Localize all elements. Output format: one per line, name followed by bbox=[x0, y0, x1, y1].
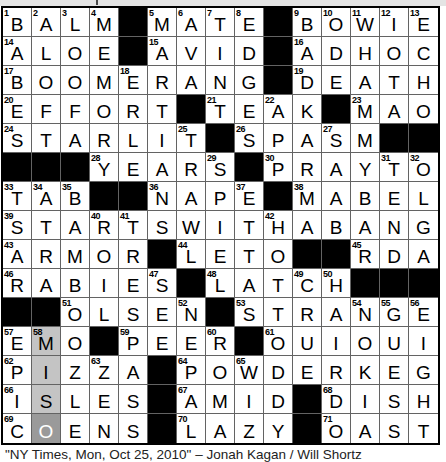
grid-cell[interactable]: D bbox=[264, 356, 293, 385]
cell-letter: N bbox=[177, 305, 205, 325]
cell-letter: B bbox=[3, 15, 31, 35]
cell-letter: E bbox=[148, 334, 176, 354]
cell-letter: E bbox=[90, 44, 118, 64]
puzzle-caption: "NY Times, Mon, Oct 25, 2010" – Jonah Ka… bbox=[0, 445, 446, 462]
grid-cell[interactable]: T bbox=[148, 95, 177, 124]
grid-cell[interactable]: T bbox=[32, 211, 61, 240]
cell-letter: A bbox=[409, 247, 438, 267]
grid-cell[interactable]: 13E bbox=[409, 8, 438, 37]
grid-cell[interactable]: S bbox=[32, 385, 61, 414]
grid-cell[interactable]: 50H bbox=[322, 269, 351, 298]
black-square bbox=[148, 240, 177, 269]
cell-letter: T bbox=[206, 15, 234, 35]
grid-cell[interactable]: M bbox=[61, 240, 90, 269]
grid-cell[interactable]: T bbox=[264, 298, 293, 327]
grid-cell[interactable]: E bbox=[90, 385, 119, 414]
grid-cell[interactable]: 22A bbox=[264, 95, 293, 124]
grid-cell[interactable]: L bbox=[61, 385, 90, 414]
cell-letter: P bbox=[3, 363, 31, 383]
grid-cell[interactable]: 10O bbox=[322, 8, 351, 37]
cell-letter: L bbox=[61, 15, 89, 35]
grid-cell[interactable]: A bbox=[409, 240, 438, 269]
grid-cell[interactable]: A bbox=[61, 211, 90, 240]
grid-cell[interactable]: S bbox=[119, 385, 148, 414]
cell-letter: A bbox=[177, 15, 205, 35]
grid-cell[interactable]: 24S bbox=[3, 124, 32, 153]
grid-cell[interactable]: 33T bbox=[3, 182, 32, 211]
grid-cell[interactable]: A bbox=[351, 66, 380, 95]
cell-letter: G bbox=[409, 218, 438, 238]
cell-letter: A bbox=[61, 131, 89, 151]
grid-cell[interactable]: 39S bbox=[3, 211, 32, 240]
grid-cell[interactable]: R bbox=[293, 298, 322, 327]
cell-letter: R bbox=[119, 247, 147, 267]
grid-cell[interactable]: 23M bbox=[351, 95, 380, 124]
cropped-text-remnant bbox=[96, 0, 98, 5]
grid-cell[interactable]: Z bbox=[235, 414, 264, 443]
grid-cell[interactable]: A bbox=[61, 124, 90, 153]
grid-cell[interactable]: E bbox=[148, 327, 177, 356]
grid-cell[interactable]: 49C bbox=[293, 269, 322, 298]
grid-cell[interactable]: E bbox=[119, 269, 148, 298]
grid-cell[interactable]: O bbox=[90, 240, 119, 269]
cell-letter: E bbox=[177, 334, 205, 354]
grid-cell[interactable]: R bbox=[322, 356, 351, 385]
cell-letter: H bbox=[322, 276, 350, 296]
cell-letter: M bbox=[293, 189, 321, 209]
grid-cell[interactable]: O bbox=[32, 414, 61, 443]
grid-cell[interactable]: I bbox=[206, 37, 235, 66]
grid-cell[interactable]: E bbox=[293, 356, 322, 385]
cell-letter: D bbox=[322, 392, 350, 412]
grid-cell[interactable]: S bbox=[380, 385, 409, 414]
grid-cell[interactable]: 68D bbox=[322, 385, 351, 414]
cell-letter: F bbox=[61, 102, 89, 122]
grid-cell[interactable]: E bbox=[177, 327, 206, 356]
grid-cell[interactable]: 36N bbox=[148, 182, 177, 211]
black-square bbox=[32, 153, 61, 182]
grid-cell[interactable]: 20E bbox=[3, 95, 32, 124]
grid-cell[interactable]: T bbox=[264, 269, 293, 298]
cell-letter: S bbox=[3, 131, 31, 151]
grid-cell[interactable]: 53S bbox=[235, 298, 264, 327]
cell-letter: I bbox=[32, 363, 60, 383]
cell-letter: A bbox=[293, 131, 321, 151]
cell-letter: E bbox=[409, 305, 438, 325]
grid-cell[interactable]: L bbox=[409, 182, 438, 211]
cell-letter: W bbox=[177, 218, 205, 238]
grid-cell[interactable]: 70L bbox=[177, 414, 206, 443]
black-square bbox=[206, 298, 235, 327]
grid-cell[interactable]: 15A bbox=[148, 37, 177, 66]
cell-letter: T bbox=[380, 160, 408, 180]
grid-cell[interactable]: 35B bbox=[61, 182, 90, 211]
grid-cell[interactable]: M bbox=[90, 66, 119, 95]
black-square bbox=[409, 269, 438, 298]
grid-cell[interactable]: E bbox=[380, 182, 409, 211]
black-square bbox=[264, 182, 293, 211]
grid-cell[interactable]: 54N bbox=[351, 298, 380, 327]
grid-cell[interactable]: I bbox=[351, 385, 380, 414]
cell-letter: Y bbox=[351, 160, 379, 180]
grid-cell[interactable]: A bbox=[351, 211, 380, 240]
cell-letter: O bbox=[409, 160, 438, 180]
grid-cell[interactable]: A bbox=[206, 414, 235, 443]
grid-cell[interactable]: 47S bbox=[148, 269, 177, 298]
cell-letter: P bbox=[264, 160, 292, 180]
cell-letter: R bbox=[322, 363, 350, 383]
grid-cell[interactable]: I bbox=[206, 211, 235, 240]
grid-cell[interactable]: L bbox=[119, 124, 148, 153]
grid-cell[interactable]: 55G bbox=[380, 298, 409, 327]
grid-cell[interactable]: O bbox=[380, 37, 409, 66]
cell-letter: T bbox=[148, 102, 176, 122]
cell-letter: S bbox=[148, 218, 176, 238]
cell-letter: O bbox=[32, 73, 60, 93]
cell-letter: B bbox=[293, 15, 321, 35]
grid-cell[interactable]: 62P bbox=[3, 356, 32, 385]
grid-cell[interactable]: S bbox=[148, 211, 177, 240]
grid-cell[interactable]: A bbox=[293, 124, 322, 153]
grid-cell[interactable]: 11W bbox=[351, 8, 380, 37]
grid-cell[interactable]: E bbox=[148, 298, 177, 327]
grid-cell[interactable]: 63Z bbox=[90, 356, 119, 385]
cell-letter: A bbox=[177, 73, 205, 93]
black-square bbox=[293, 385, 322, 414]
grid-cell[interactable]: 43A bbox=[3, 240, 32, 269]
cell-letter: R bbox=[177, 160, 205, 180]
grid-cell[interactable]: Y bbox=[264, 414, 293, 443]
cell-letter: E bbox=[409, 15, 438, 35]
cell-letter: I bbox=[3, 392, 31, 412]
grid-cell[interactable]: Y bbox=[351, 153, 380, 182]
grid-cell[interactable]: T bbox=[32, 124, 61, 153]
cell-letter: D bbox=[264, 392, 292, 412]
cell-letter: D bbox=[322, 44, 350, 64]
grid-cell[interactable]: E bbox=[61, 414, 90, 443]
black-square bbox=[90, 182, 119, 211]
grid-cell[interactable]: O bbox=[90, 95, 119, 124]
grid-cell[interactable]: 46R bbox=[3, 269, 32, 298]
grid-cell[interactable]: V bbox=[177, 37, 206, 66]
grid-cell[interactable]: O bbox=[409, 95, 438, 124]
grid-cell[interactable]: 21T bbox=[206, 95, 235, 124]
cell-letter: S bbox=[119, 305, 147, 325]
cell-letter: O bbox=[61, 44, 89, 64]
grid-cell[interactable]: I bbox=[90, 269, 119, 298]
grid-cell[interactable]: O bbox=[264, 240, 293, 269]
cell-letter: B bbox=[351, 189, 379, 209]
grid-cell[interactable]: B bbox=[61, 269, 90, 298]
grid-cell[interactable]: E bbox=[90, 37, 119, 66]
grid-cell[interactable]: 4M bbox=[90, 8, 119, 37]
grid-cell[interactable]: F bbox=[32, 95, 61, 124]
grid-cell[interactable]: M bbox=[206, 385, 235, 414]
grid-cell[interactable]: G bbox=[235, 66, 264, 95]
grid-cell[interactable]: R bbox=[32, 240, 61, 269]
cell-letter: O bbox=[61, 305, 89, 325]
cell-letter: N bbox=[148, 189, 176, 209]
grid-cell[interactable]: A bbox=[322, 298, 351, 327]
grid-cell[interactable]: 32O bbox=[409, 153, 438, 182]
grid-cell[interactable]: 58M bbox=[32, 327, 61, 356]
grid-cell[interactable]: L bbox=[32, 37, 61, 66]
cell-letter: A bbox=[293, 218, 321, 238]
cell-letter: E bbox=[3, 102, 31, 122]
grid-cell[interactable]: D bbox=[380, 240, 409, 269]
cell-letter: G bbox=[380, 305, 408, 325]
grid-cell[interactable]: I bbox=[235, 385, 264, 414]
grid-cell[interactable]: 40R bbox=[90, 211, 119, 240]
grid-cell[interactable]: 8E bbox=[235, 8, 264, 37]
cell-letter: E bbox=[293, 363, 321, 383]
grid-cell[interactable]: T bbox=[380, 66, 409, 95]
grid-cell[interactable]: 66I bbox=[3, 385, 32, 414]
cell-letter: N bbox=[90, 422, 118, 442]
black-square bbox=[351, 269, 380, 298]
cell-letter: I bbox=[206, 218, 234, 238]
grid-cell[interactable]: 7T bbox=[206, 8, 235, 37]
cell-letter: O bbox=[322, 422, 350, 442]
grid-cell[interactable]: P bbox=[264, 124, 293, 153]
grid-cell[interactable]: 6A bbox=[177, 8, 206, 37]
grid-cell[interactable]: 37E bbox=[235, 182, 264, 211]
grid-cell[interactable]: R bbox=[293, 153, 322, 182]
grid-cell[interactable]: R bbox=[90, 124, 119, 153]
grid-cell[interactable]: S bbox=[380, 414, 409, 443]
grid-cell[interactable]: A bbox=[351, 414, 380, 443]
cell-letter: O bbox=[206, 363, 234, 383]
grid-cell[interactable]: S bbox=[119, 298, 148, 327]
cell-letter: U bbox=[380, 334, 408, 354]
cell-letter: T bbox=[32, 131, 60, 151]
grid-cell[interactable]: D bbox=[235, 37, 264, 66]
cell-letter: N bbox=[351, 305, 379, 325]
grid-cell[interactable]: 60R bbox=[206, 327, 235, 356]
cell-letter: D bbox=[380, 247, 408, 267]
grid-cell[interactable]: 59P bbox=[119, 327, 148, 356]
grid-cell[interactable]: 28Y bbox=[90, 153, 119, 182]
grid-cell[interactable]: K bbox=[351, 356, 380, 385]
grid-cell[interactable]: E bbox=[322, 66, 351, 95]
grid-cell[interactable]: Z bbox=[61, 356, 90, 385]
grid-cell[interactable]: 64P bbox=[177, 356, 206, 385]
cell-letter: A bbox=[264, 102, 292, 122]
cell-letter: O bbox=[61, 334, 89, 354]
cell-letter: E bbox=[206, 247, 234, 267]
cell-letter: A bbox=[322, 189, 350, 209]
cell-letter: A bbox=[206, 422, 234, 442]
grid-cell[interactable]: H bbox=[409, 66, 438, 95]
cell-letter: A bbox=[148, 44, 176, 64]
cell-letter: R bbox=[148, 73, 176, 93]
grid-cell[interactable]: G bbox=[409, 211, 438, 240]
cell-letter: T bbox=[177, 131, 205, 151]
cell-letter: A bbox=[235, 276, 263, 296]
cell-letter: N bbox=[380, 218, 408, 238]
cell-letter: T bbox=[235, 218, 263, 238]
cell-letter: O bbox=[264, 334, 292, 354]
grid-cell[interactable]: 14A bbox=[3, 37, 32, 66]
grid-cell[interactable]: 56E bbox=[409, 298, 438, 327]
grid-cell[interactable]: 38M bbox=[293, 182, 322, 211]
cell-letter: E bbox=[380, 363, 408, 383]
grid-cell[interactable]: 1B bbox=[3, 8, 32, 37]
grid-cell[interactable]: A bbox=[177, 182, 206, 211]
grid-cell[interactable]: A bbox=[293, 211, 322, 240]
grid-cell[interactable]: 67A bbox=[177, 385, 206, 414]
cell-letter: K bbox=[351, 363, 379, 383]
grid-cell[interactable]: E bbox=[206, 240, 235, 269]
grid-cell[interactable]: 52N bbox=[177, 298, 206, 327]
grid-cell[interactable]: 2A bbox=[32, 8, 61, 37]
grid-cell[interactable]: R bbox=[119, 240, 148, 269]
grid-cell[interactable]: 41T bbox=[119, 211, 148, 240]
grid-cell[interactable]: U bbox=[293, 327, 322, 356]
grid-cell[interactable]: I bbox=[148, 124, 177, 153]
grid-cell[interactable]: I bbox=[322, 327, 351, 356]
cell-letter: B bbox=[61, 276, 89, 296]
grid-cell[interactable]: T bbox=[235, 211, 264, 240]
grid-cell[interactable]: 57E bbox=[3, 327, 32, 356]
grid-cell[interactable]: P bbox=[206, 182, 235, 211]
cell-letter: I bbox=[90, 276, 118, 296]
cell-letter: E bbox=[380, 189, 408, 209]
grid-cell[interactable]: 65W bbox=[235, 356, 264, 385]
grid-cell[interactable]: 44L bbox=[177, 240, 206, 269]
grid-cell[interactable]: 48L bbox=[206, 269, 235, 298]
cell-letter: L bbox=[61, 392, 89, 412]
grid-cell[interactable]: N bbox=[90, 414, 119, 443]
grid-cell[interactable]: 30P bbox=[264, 153, 293, 182]
black-square bbox=[380, 124, 409, 153]
cell-letter: L bbox=[177, 247, 205, 267]
grid-cell[interactable]: 5M bbox=[148, 8, 177, 37]
grid-cell[interactable]: 3L bbox=[61, 8, 90, 37]
cell-letter: L bbox=[177, 422, 205, 442]
grid-cell[interactable]: W bbox=[177, 211, 206, 240]
cell-letter: S bbox=[148, 276, 176, 296]
grid-cell[interactable]: 29S bbox=[206, 153, 235, 182]
grid-cell[interactable]: O bbox=[206, 356, 235, 385]
grid-cell[interactable]: 45R bbox=[351, 240, 380, 269]
cell-letter: A bbox=[351, 218, 379, 238]
grid-cell[interactable]: S bbox=[119, 414, 148, 443]
cell-letter: R bbox=[351, 247, 379, 267]
grid-cell[interactable]: A bbox=[32, 269, 61, 298]
grid-cell[interactable]: T bbox=[409, 414, 438, 443]
grid-cell[interactable]: A bbox=[148, 153, 177, 182]
cell-letter: A bbox=[148, 160, 176, 180]
cell-letter: R bbox=[293, 305, 321, 325]
grid-cell[interactable]: D bbox=[264, 385, 293, 414]
cell-letter: E bbox=[235, 15, 263, 35]
cell-letter: A bbox=[32, 15, 60, 35]
grid-cell[interactable]: I bbox=[32, 356, 61, 385]
grid-cell[interactable]: 12I bbox=[380, 8, 409, 37]
grid-cell[interactable]: O bbox=[61, 37, 90, 66]
grid-cell[interactable]: N bbox=[380, 211, 409, 240]
grid-cell[interactable]: 17B bbox=[3, 66, 32, 95]
grid-cell[interactable]: N bbox=[206, 66, 235, 95]
grid-cell[interactable]: H bbox=[351, 37, 380, 66]
grid-cell[interactable]: R bbox=[177, 153, 206, 182]
grid-cell[interactable]: A bbox=[380, 95, 409, 124]
grid-cell[interactable]: E bbox=[119, 153, 148, 182]
grid-cell[interactable]: B bbox=[322, 211, 351, 240]
grid-cell[interactable]: R bbox=[119, 95, 148, 124]
grid-cell[interactable]: H bbox=[409, 385, 438, 414]
cell-letter: O bbox=[264, 247, 292, 267]
grid-cell[interactable]: 69C bbox=[3, 414, 32, 443]
cell-letter: E bbox=[119, 73, 147, 93]
cell-letter: E bbox=[148, 305, 176, 325]
crossword-app: 1B2A3L4M5M6A7T8E9B10O11W12I13E14ALOE15AV… bbox=[0, 0, 446, 462]
grid-cell[interactable]: 61O bbox=[264, 327, 293, 356]
grid-cell[interactable]: 31T bbox=[380, 153, 409, 182]
grid-cell[interactable]: 18E bbox=[119, 66, 148, 95]
grid-cell[interactable]: 42H bbox=[264, 211, 293, 240]
grid-cell[interactable]: G bbox=[409, 356, 438, 385]
grid-cell[interactable]: 27S bbox=[322, 124, 351, 153]
grid-cell[interactable]: A bbox=[177, 66, 206, 95]
grid-cell[interactable]: I bbox=[409, 327, 438, 356]
grid-cell[interactable]: T bbox=[235, 240, 264, 269]
grid-cell[interactable]: 34A bbox=[32, 182, 61, 211]
black-square bbox=[32, 298, 61, 327]
cell-letter: E bbox=[322, 73, 350, 93]
cell-letter: B bbox=[3, 73, 31, 93]
grid-cell[interactable]: E bbox=[235, 95, 264, 124]
grid-cell[interactable]: O bbox=[61, 66, 90, 95]
cell-letter: E bbox=[235, 189, 263, 209]
black-square bbox=[409, 124, 438, 153]
grid-cell[interactable]: 26S bbox=[235, 124, 264, 153]
grid-cell[interactable]: A bbox=[235, 269, 264, 298]
grid-cell[interactable]: E bbox=[380, 356, 409, 385]
grid-cell[interactable]: K bbox=[293, 95, 322, 124]
grid-cell[interactable]: M bbox=[351, 124, 380, 153]
grid-cell[interactable]: B bbox=[351, 182, 380, 211]
cell-letter: H bbox=[409, 73, 438, 93]
grid-cell[interactable]: C bbox=[409, 37, 438, 66]
cell-letter: R bbox=[293, 160, 321, 180]
grid-cell[interactable]: O bbox=[32, 66, 61, 95]
cell-letter: R bbox=[206, 334, 234, 354]
cell-letter: A bbox=[351, 422, 379, 442]
grid-cell[interactable]: R bbox=[148, 66, 177, 95]
grid-cell[interactable]: 19D bbox=[293, 66, 322, 95]
grid-cell[interactable]: A bbox=[119, 356, 148, 385]
grid-cell[interactable]: A bbox=[322, 182, 351, 211]
grid-cell[interactable]: O bbox=[351, 327, 380, 356]
grid-cell[interactable]: 51O bbox=[61, 298, 90, 327]
grid-cell[interactable]: A bbox=[322, 153, 351, 182]
grid-cell[interactable]: 9B bbox=[293, 8, 322, 37]
grid-cell[interactable]: F bbox=[61, 95, 90, 124]
grid-cell[interactable]: O bbox=[61, 327, 90, 356]
grid-cell[interactable]: D bbox=[322, 37, 351, 66]
cell-letter: O bbox=[90, 247, 118, 267]
grid-cell[interactable]: 71O bbox=[322, 414, 351, 443]
grid-cell[interactable]: 16A bbox=[293, 37, 322, 66]
grid-cell[interactable]: U bbox=[380, 327, 409, 356]
black-square bbox=[322, 95, 351, 124]
cell-letter: T bbox=[264, 276, 292, 296]
grid-cell[interactable]: L bbox=[90, 298, 119, 327]
grid-cell[interactable]: 25T bbox=[177, 124, 206, 153]
cell-letter: T bbox=[380, 73, 408, 93]
